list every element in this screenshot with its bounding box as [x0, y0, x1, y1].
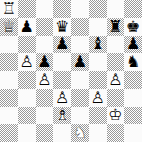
square-f4[interactable]	[89, 71, 107, 89]
square-e4[interactable]	[71, 71, 89, 89]
square-h8[interactable]	[124, 0, 142, 18]
square-d2[interactable]: ♝♗	[53, 107, 71, 125]
square-g6[interactable]	[107, 36, 125, 54]
square-e8[interactable]	[71, 0, 89, 18]
square-b5[interactable]: ♟♙	[18, 53, 36, 71]
square-e5[interactable]: ♟	[71, 53, 89, 71]
square-h2[interactable]	[124, 107, 142, 125]
white-pawn-icon: ♟♙	[107, 71, 124, 88]
black-pawn-icon: ♟	[18, 18, 35, 35]
square-b1[interactable]	[18, 124, 36, 142]
black-rook-icon: ♜	[107, 18, 124, 35]
white-queen-icon: ♛♕	[0, 18, 17, 35]
square-c2[interactable]	[36, 107, 54, 125]
square-d8[interactable]	[53, 0, 71, 18]
square-c5[interactable]: ♟	[36, 53, 54, 71]
square-d5[interactable]	[53, 53, 71, 71]
square-g5[interactable]	[107, 53, 125, 71]
square-c7[interactable]	[36, 18, 54, 36]
square-c1[interactable]	[36, 124, 54, 142]
black-pawn-icon: ♟	[125, 36, 142, 53]
square-e3[interactable]	[71, 89, 89, 107]
square-b4[interactable]	[18, 71, 36, 89]
square-a4[interactable]	[0, 71, 18, 89]
black-queen-icon: ♛	[54, 18, 71, 35]
square-b3[interactable]	[18, 89, 36, 107]
square-a1[interactable]	[0, 124, 18, 142]
white-pawn-icon: ♟♙	[89, 89, 106, 106]
square-e1[interactable]: ♞♘	[71, 124, 89, 142]
white-king-icon: ♚♔	[107, 107, 124, 124]
square-f7[interactable]	[89, 18, 107, 36]
square-a5[interactable]	[0, 53, 18, 71]
white-pawn-icon: ♟♙	[18, 54, 35, 71]
square-c3[interactable]	[36, 89, 54, 107]
square-g8[interactable]	[107, 0, 125, 18]
black-pawn-icon: ♟	[36, 54, 53, 71]
square-b8[interactable]	[18, 0, 36, 18]
square-h3[interactable]	[124, 89, 142, 107]
chess-board: ♜♖♛♕♟♛♜♚♟♝♟♟♙♟♟♞♟♙♟♙♟♙♟♙♝♗♚♔♞♘	[0, 0, 142, 142]
square-c6[interactable]	[36, 36, 54, 54]
black-pawn-icon: ♟	[54, 36, 71, 53]
square-d6[interactable]: ♟	[53, 36, 71, 54]
square-d4[interactable]	[53, 71, 71, 89]
square-f8[interactable]	[89, 0, 107, 18]
square-f2[interactable]	[89, 107, 107, 125]
square-a8[interactable]: ♜♖	[0, 0, 18, 18]
white-pawn-icon: ♟♙	[54, 89, 71, 106]
square-d7[interactable]: ♛	[53, 18, 71, 36]
square-c8[interactable]	[36, 0, 54, 18]
white-knight-icon: ♞♘	[71, 125, 88, 142]
square-g4[interactable]: ♟♙	[107, 71, 125, 89]
square-d1[interactable]	[53, 124, 71, 142]
square-h5[interactable]: ♞	[124, 53, 142, 71]
square-f5[interactable]	[89, 53, 107, 71]
square-c4[interactable]: ♟♙	[36, 71, 54, 89]
square-f6[interactable]: ♝	[89, 36, 107, 54]
square-b7[interactable]: ♟	[18, 18, 36, 36]
square-f1[interactable]	[89, 124, 107, 142]
black-knight-icon: ♞	[125, 54, 142, 71]
square-b6[interactable]	[18, 36, 36, 54]
square-h7[interactable]: ♚	[124, 18, 142, 36]
black-king-icon: ♚	[125, 18, 142, 35]
square-g3[interactable]	[107, 89, 125, 107]
square-a2[interactable]	[0, 107, 18, 125]
square-g1[interactable]	[107, 124, 125, 142]
square-h4[interactable]	[124, 71, 142, 89]
square-f3[interactable]: ♟♙	[89, 89, 107, 107]
square-e6[interactable]	[71, 36, 89, 54]
square-h1[interactable]	[124, 124, 142, 142]
square-b2[interactable]	[18, 107, 36, 125]
white-bishop-icon: ♝♗	[54, 107, 71, 124]
square-e2[interactable]	[71, 107, 89, 125]
square-a3[interactable]	[0, 89, 18, 107]
square-g2[interactable]: ♚♔	[107, 107, 125, 125]
black-pawn-icon: ♟	[71, 54, 88, 71]
square-d3[interactable]: ♟♙	[53, 89, 71, 107]
square-g7[interactable]: ♜	[107, 18, 125, 36]
square-a6[interactable]	[0, 36, 18, 54]
square-h6[interactable]: ♟	[124, 36, 142, 54]
white-pawn-icon: ♟♙	[36, 71, 53, 88]
square-e7[interactable]	[71, 18, 89, 36]
white-rook-icon: ♜♖	[0, 0, 17, 17]
square-a7[interactable]: ♛♕	[0, 18, 18, 36]
black-bishop-icon: ♝	[89, 36, 106, 53]
